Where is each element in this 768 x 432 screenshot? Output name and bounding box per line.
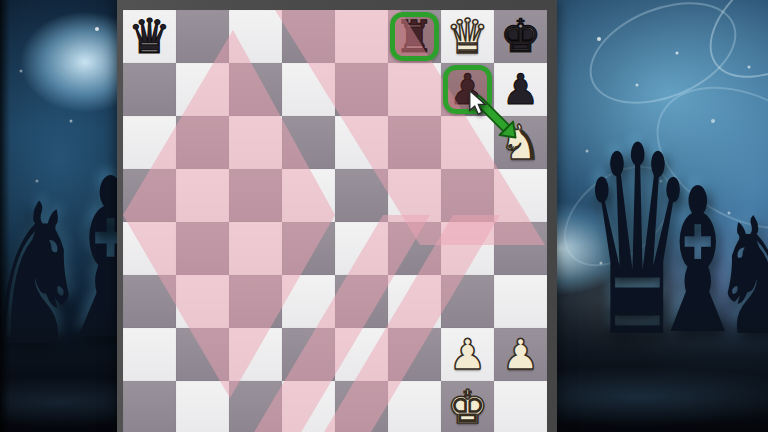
screen: ♞ ♝ ♛ ♝ ♞ ♛♜♛♚♟♟♞♟♟♚ bbox=[0, 0, 768, 432]
square-c3[interactable] bbox=[229, 275, 282, 328]
piece-white-queen-g8[interactable]: ♛ bbox=[441, 10, 494, 63]
square-a6[interactable] bbox=[123, 116, 176, 169]
square-e6[interactable] bbox=[335, 116, 388, 169]
square-g6[interactable] bbox=[441, 116, 494, 169]
square-d1[interactable] bbox=[282, 381, 335, 432]
square-d3[interactable] bbox=[282, 275, 335, 328]
square-f5[interactable] bbox=[388, 169, 441, 222]
piece-black-queen-a8[interactable]: ♛ bbox=[123, 10, 176, 63]
square-b6[interactable] bbox=[176, 116, 229, 169]
square-g5[interactable] bbox=[441, 169, 494, 222]
square-h5[interactable] bbox=[494, 169, 547, 222]
square-a1[interactable] bbox=[123, 381, 176, 432]
square-b4[interactable] bbox=[176, 222, 229, 275]
square-c5[interactable] bbox=[229, 169, 282, 222]
square-d5[interactable] bbox=[282, 169, 335, 222]
piece-white-pawn-h2[interactable]: ♟ bbox=[494, 328, 547, 381]
square-a5[interactable] bbox=[123, 169, 176, 222]
square-d4[interactable] bbox=[282, 222, 335, 275]
square-b1[interactable] bbox=[176, 381, 229, 432]
square-c6[interactable] bbox=[229, 116, 282, 169]
chess-board[interactable]: ♛♜♛♚♟♟♞♟♟♚ bbox=[123, 10, 547, 432]
square-h3[interactable] bbox=[494, 275, 547, 328]
piece-white-knight-h6[interactable]: ♞ bbox=[494, 116, 547, 169]
square-b3[interactable] bbox=[176, 275, 229, 328]
square-d6[interactable] bbox=[282, 116, 335, 169]
piece-black-king-h8[interactable]: ♚ bbox=[494, 10, 547, 63]
square-a2[interactable] bbox=[123, 328, 176, 381]
square-b7[interactable] bbox=[176, 63, 229, 116]
square-d7[interactable] bbox=[282, 63, 335, 116]
square-e3[interactable] bbox=[335, 275, 388, 328]
square-g3[interactable] bbox=[441, 275, 494, 328]
square-a4[interactable] bbox=[123, 222, 176, 275]
square-g4[interactable] bbox=[441, 222, 494, 275]
square-d8[interactable] bbox=[282, 10, 335, 63]
square-c7[interactable] bbox=[229, 63, 282, 116]
piece-black-pawn-h7[interactable]: ♟ bbox=[494, 63, 547, 116]
square-e1[interactable] bbox=[335, 381, 388, 432]
square-h1[interactable] bbox=[494, 381, 547, 432]
square-e2[interactable] bbox=[335, 328, 388, 381]
square-d2[interactable] bbox=[282, 328, 335, 381]
square-c2[interactable] bbox=[229, 328, 282, 381]
square-c4[interactable] bbox=[229, 222, 282, 275]
square-e8[interactable] bbox=[335, 10, 388, 63]
square-a3[interactable] bbox=[123, 275, 176, 328]
square-e5[interactable] bbox=[335, 169, 388, 222]
square-e4[interactable] bbox=[335, 222, 388, 275]
square-b8[interactable] bbox=[176, 10, 229, 63]
square-f4[interactable] bbox=[388, 222, 441, 275]
square-c1[interactable] bbox=[229, 381, 282, 432]
piece-white-pawn-g2[interactable]: ♟ bbox=[441, 328, 494, 381]
left-vignette bbox=[0, 0, 10, 432]
square-f2[interactable] bbox=[388, 328, 441, 381]
piece-white-king-g1[interactable]: ♚ bbox=[441, 381, 494, 432]
square-e7[interactable] bbox=[335, 63, 388, 116]
piece-black-rook-f8[interactable]: ♜ bbox=[388, 10, 441, 63]
piece-black-pawn-g7[interactable]: ♟ bbox=[441, 63, 494, 116]
square-b5[interactable] bbox=[176, 169, 229, 222]
square-f1[interactable] bbox=[388, 381, 441, 432]
square-f3[interactable] bbox=[388, 275, 441, 328]
square-h4[interactable] bbox=[494, 222, 547, 275]
square-b2[interactable] bbox=[176, 328, 229, 381]
square-a7[interactable] bbox=[123, 63, 176, 116]
square-c8[interactable] bbox=[229, 10, 282, 63]
square-f7[interactable] bbox=[388, 63, 441, 116]
square-f6[interactable] bbox=[388, 116, 441, 169]
